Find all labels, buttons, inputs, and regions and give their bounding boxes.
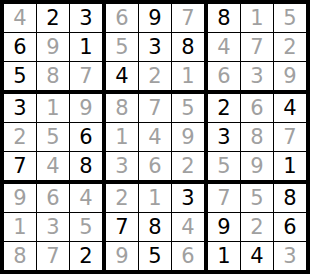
cell-r6c3[interactable]: 8: [70, 152, 102, 180]
box-4: 319256748: [4, 94, 102, 180]
cell-r1c5[interactable]: 9: [139, 4, 171, 32]
cell-r1c9[interactable]: 5: [274, 4, 306, 32]
cell-r4c9[interactable]: 4: [274, 94, 306, 122]
cell-r3c1[interactable]: 5: [4, 62, 36, 90]
cell-r2c7[interactable]: 4: [208, 33, 240, 61]
cell-r4c8[interactable]: 6: [241, 94, 273, 122]
cell-r1c4[interactable]: 6: [106, 4, 138, 32]
cell-r9c2[interactable]: 7: [37, 242, 69, 270]
cell-r5c7[interactable]: 3: [208, 123, 240, 151]
cell-r6c8[interactable]: 9: [241, 152, 273, 180]
cell-r3c4[interactable]: 4: [106, 62, 138, 90]
cell-r9c9[interactable]: 3: [274, 242, 306, 270]
cell-r7c7[interactable]: 7: [208, 184, 240, 212]
box-2: 697538421: [106, 4, 204, 90]
cell-r2c3[interactable]: 1: [70, 33, 102, 61]
cell-r9c7[interactable]: 1: [208, 242, 240, 270]
cell-r7c8[interactable]: 5: [241, 184, 273, 212]
cell-r3c5[interactable]: 2: [139, 62, 171, 90]
box-8: 213784956: [106, 184, 204, 270]
cell-r3c8[interactable]: 3: [241, 62, 273, 90]
box-6: 264387591: [208, 94, 306, 180]
cell-r5c4[interactable]: 1: [106, 123, 138, 151]
cell-r4c2[interactable]: 1: [37, 94, 69, 122]
cell-r1c3[interactable]: 3: [70, 4, 102, 32]
cell-r5c5[interactable]: 4: [139, 123, 171, 151]
cell-r1c7[interactable]: 8: [208, 4, 240, 32]
cell-r9c8[interactable]: 4: [241, 242, 273, 270]
cell-r8c8[interactable]: 2: [241, 213, 273, 241]
cell-r6c4[interactable]: 3: [106, 152, 138, 180]
sudoku-board: 4236915876975384218154726393192567488751…: [0, 0, 310, 274]
cell-r8c7[interactable]: 9: [208, 213, 240, 241]
cell-r2c9[interactable]: 2: [274, 33, 306, 61]
cell-r1c2[interactable]: 2: [37, 4, 69, 32]
cell-r1c6[interactable]: 7: [172, 4, 204, 32]
box-9: 758926143: [208, 184, 306, 270]
box-7: 964135872: [4, 184, 102, 270]
cell-r6c2[interactable]: 4: [37, 152, 69, 180]
cell-r4c1[interactable]: 3: [4, 94, 36, 122]
cell-r6c6[interactable]: 2: [172, 152, 204, 180]
cell-r8c1[interactable]: 1: [4, 213, 36, 241]
cell-r4c3[interactable]: 9: [70, 94, 102, 122]
cell-r7c2[interactable]: 6: [37, 184, 69, 212]
cell-r4c5[interactable]: 7: [139, 94, 171, 122]
cell-r2c1[interactable]: 6: [4, 33, 36, 61]
cell-r1c1[interactable]: 4: [4, 4, 36, 32]
cell-r9c5[interactable]: 5: [139, 242, 171, 270]
cell-r9c1[interactable]: 8: [4, 242, 36, 270]
cell-r3c6[interactable]: 1: [172, 62, 204, 90]
cell-r4c7[interactable]: 2: [208, 94, 240, 122]
box-5: 875149362: [106, 94, 204, 180]
cell-r8c4[interactable]: 7: [106, 213, 138, 241]
cell-r4c4[interactable]: 8: [106, 94, 138, 122]
cell-r3c2[interactable]: 8: [37, 62, 69, 90]
cell-r8c9[interactable]: 6: [274, 213, 306, 241]
cell-r7c6[interactable]: 3: [172, 184, 204, 212]
cell-r7c5[interactable]: 1: [139, 184, 171, 212]
cell-r9c3[interactable]: 2: [70, 242, 102, 270]
cell-r2c6[interactable]: 8: [172, 33, 204, 61]
cell-r5c1[interactable]: 2: [4, 123, 36, 151]
cell-r7c4[interactable]: 2: [106, 184, 138, 212]
cell-r2c5[interactable]: 3: [139, 33, 171, 61]
cell-r8c6[interactable]: 4: [172, 213, 204, 241]
cell-r8c2[interactable]: 3: [37, 213, 69, 241]
cell-r9c6[interactable]: 6: [172, 242, 204, 270]
cell-r8c3[interactable]: 5: [70, 213, 102, 241]
cell-r7c9[interactable]: 8: [274, 184, 306, 212]
cell-r5c9[interactable]: 7: [274, 123, 306, 151]
box-1: 423691587: [4, 4, 102, 90]
cell-r6c9[interactable]: 1: [274, 152, 306, 180]
cell-r3c3[interactable]: 7: [70, 62, 102, 90]
cell-r5c3[interactable]: 6: [70, 123, 102, 151]
cell-r7c1[interactable]: 9: [4, 184, 36, 212]
cell-r7c3[interactable]: 4: [70, 184, 102, 212]
cell-r2c2[interactable]: 9: [37, 33, 69, 61]
cell-r4c6[interactable]: 5: [172, 94, 204, 122]
cell-r5c6[interactable]: 9: [172, 123, 204, 151]
cell-r6c5[interactable]: 6: [139, 152, 171, 180]
cell-r5c2[interactable]: 5: [37, 123, 69, 151]
cell-r2c8[interactable]: 7: [241, 33, 273, 61]
cell-r6c1[interactable]: 7: [4, 152, 36, 180]
cell-r3c7[interactable]: 6: [208, 62, 240, 90]
cell-r5c8[interactable]: 8: [241, 123, 273, 151]
cell-r2c4[interactable]: 5: [106, 33, 138, 61]
cell-r3c9[interactable]: 9: [274, 62, 306, 90]
cell-r1c8[interactable]: 1: [241, 4, 273, 32]
cell-r9c4[interactable]: 9: [106, 242, 138, 270]
cell-r6c7[interactable]: 5: [208, 152, 240, 180]
box-3: 815472639: [208, 4, 306, 90]
cell-r8c5[interactable]: 8: [139, 213, 171, 241]
